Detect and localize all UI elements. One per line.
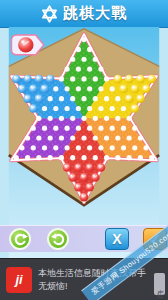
marble-blue[interactable] <box>18 84 27 93</box>
board-hole[interactable] <box>36 155 41 160</box>
board-hole[interactable] <box>64 86 69 91</box>
redo-button[interactable] <box>47 228 69 250</box>
marble-blue[interactable] <box>12 75 21 84</box>
board-hole[interactable] <box>98 66 103 71</box>
marble-yellow[interactable] <box>147 75 156 84</box>
undo-arrow-icon <box>13 232 28 247</box>
board-hole[interactable] <box>31 126 36 131</box>
marble-red[interactable] <box>85 163 94 172</box>
board-hole[interactable] <box>127 155 132 160</box>
board-hole[interactable] <box>138 135 143 140</box>
confirm-move-button[interactable]: ✓ <box>143 228 167 250</box>
board-hole[interactable] <box>87 86 92 91</box>
marble-highlight <box>127 76 129 78</box>
ad-logo: ji <box>6 267 32 293</box>
board-hole[interactable] <box>64 66 69 71</box>
marble-highlight <box>144 86 146 88</box>
board-hole[interactable] <box>36 116 41 121</box>
board-hole[interactable] <box>110 145 115 150</box>
marble-highlight <box>36 76 38 78</box>
board-hole[interactable] <box>110 106 115 111</box>
board-hole[interactable] <box>93 155 98 160</box>
marble-highlight <box>65 165 67 167</box>
board-hole[interactable] <box>93 135 98 140</box>
board-hole[interactable] <box>70 135 75 140</box>
board-hole[interactable] <box>104 116 109 121</box>
board-hole[interactable] <box>25 155 30 160</box>
board-hole[interactable] <box>115 116 120 121</box>
marble-highlight <box>25 76 27 78</box>
marble-red[interactable] <box>80 193 89 202</box>
board-hole[interactable] <box>31 145 36 150</box>
board-hole[interactable] <box>87 126 92 131</box>
board-hole[interactable] <box>76 47 81 52</box>
ad-text: 本地生活信息随时查找帮手 无烦恼! <box>38 267 146 293</box>
board-hole[interactable] <box>110 126 115 131</box>
board-hole[interactable] <box>104 96 109 101</box>
marble-highlight <box>36 96 38 98</box>
board-hole[interactable] <box>64 126 69 131</box>
board-hole[interactable] <box>42 126 47 131</box>
hexagram-star-icon <box>41 5 58 23</box>
marble-highlight <box>42 86 44 88</box>
marble-highlight <box>138 76 140 78</box>
board-hole[interactable] <box>76 66 81 71</box>
marble-yellow[interactable] <box>130 104 139 113</box>
marble-blue[interactable] <box>40 84 49 93</box>
undo-button[interactable] <box>9 228 31 250</box>
board-hole[interactable] <box>138 155 143 160</box>
board-hole[interactable] <box>42 145 47 150</box>
board-hole[interactable] <box>59 76 64 81</box>
marble-highlight <box>31 106 33 108</box>
board-hole[interactable] <box>110 86 115 91</box>
ad-banner[interactable]: ji 本地生活信息随时查找帮手 无烦恼! <box>0 258 168 300</box>
board-hole[interactable] <box>81 57 86 62</box>
board-hole[interactable] <box>115 96 120 101</box>
marble-yellow[interactable] <box>130 84 139 93</box>
marble-red[interactable] <box>91 173 100 182</box>
marble-red[interactable] <box>80 173 89 182</box>
chinese-checkers-board <box>0 27 168 258</box>
board-hole[interactable] <box>19 145 24 150</box>
board-hole[interactable] <box>70 116 75 121</box>
marble-yellow[interactable] <box>125 75 134 84</box>
marble-highlight <box>132 86 134 88</box>
toolbar: X ✓ <box>0 225 168 252</box>
board-hole[interactable] <box>70 76 75 81</box>
marble-red[interactable] <box>68 173 77 182</box>
marble-highlight <box>76 165 78 167</box>
marble-highlight <box>76 185 78 187</box>
board-hole[interactable] <box>81 96 86 101</box>
board-hole[interactable] <box>121 106 126 111</box>
board-hole[interactable] <box>87 47 92 52</box>
board-hole[interactable] <box>36 135 41 140</box>
marble-yellow[interactable] <box>142 84 151 93</box>
board-hole[interactable] <box>127 135 132 140</box>
marble-blue[interactable] <box>29 84 38 93</box>
board-hole[interactable] <box>121 126 126 131</box>
marble-highlight <box>93 175 95 177</box>
marble-highlight <box>138 96 140 98</box>
marble-yellow[interactable] <box>114 75 123 84</box>
board-hole[interactable] <box>104 76 109 81</box>
board-hole[interactable] <box>149 155 154 160</box>
marble-highlight <box>132 106 134 108</box>
board-hole[interactable] <box>76 86 81 91</box>
board-hole[interactable] <box>104 155 109 160</box>
marble-blue[interactable] <box>23 75 32 84</box>
marble-red[interactable] <box>63 163 72 172</box>
marble-blue[interactable] <box>46 75 55 84</box>
marble-yellow[interactable] <box>119 84 128 93</box>
board-hole[interactable] <box>64 145 69 150</box>
board-hole[interactable] <box>76 126 81 131</box>
turn-marble-red <box>18 37 33 52</box>
ad-line1: 本地生活信息随时查找帮手 <box>38 267 146 280</box>
board-hole[interactable] <box>98 145 103 150</box>
board-hole[interactable] <box>53 106 58 111</box>
marble-highlight <box>31 86 33 88</box>
board-hole[interactable] <box>132 145 137 150</box>
board-hole[interactable] <box>76 145 81 150</box>
board-hole[interactable] <box>53 145 58 150</box>
marble-highlight <box>70 175 72 177</box>
board-hole[interactable] <box>59 116 64 121</box>
game-screen: 跳棋大戰 <box>0 0 168 300</box>
board-hole[interactable] <box>81 37 86 42</box>
board-hole[interactable] <box>70 57 75 62</box>
board-hole[interactable] <box>53 126 58 131</box>
board-hole[interactable] <box>93 116 98 121</box>
marble-red[interactable] <box>97 163 106 172</box>
board-hole[interactable] <box>104 135 109 140</box>
marble-highlight <box>87 185 89 187</box>
marble-highlight <box>21 40 24 43</box>
marble-highlight <box>14 76 16 78</box>
board-hole[interactable] <box>87 145 92 150</box>
marble-red[interactable] <box>74 183 83 192</box>
board-hole[interactable] <box>87 66 92 71</box>
board-hole[interactable] <box>76 106 81 111</box>
marble-blue[interactable] <box>35 94 44 103</box>
marble-highlight <box>115 76 117 78</box>
board-hole[interactable] <box>98 126 103 131</box>
board-hole[interactable] <box>48 155 53 160</box>
board-hole[interactable] <box>81 135 86 140</box>
marble-highlight <box>81 175 83 177</box>
board-hole[interactable] <box>48 135 53 140</box>
marble-yellow[interactable] <box>136 94 145 103</box>
board-hole[interactable] <box>53 86 58 91</box>
header-bar: 跳棋大戰 <box>0 0 168 28</box>
board-hole[interactable] <box>48 116 53 121</box>
marble-blue[interactable] <box>23 94 32 103</box>
marble-red[interactable] <box>85 183 94 192</box>
board-hole[interactable] <box>98 86 103 91</box>
board-hole[interactable] <box>59 135 64 140</box>
board-hole[interactable] <box>81 155 86 160</box>
board-hole[interactable] <box>48 96 53 101</box>
turn-indicator <box>11 35 43 55</box>
board-hole[interactable] <box>81 76 86 81</box>
board-hole[interactable] <box>87 106 92 111</box>
board-hole[interactable] <box>115 155 120 160</box>
marble-yellow[interactable] <box>125 94 134 103</box>
board-hole[interactable] <box>93 57 98 62</box>
board-hole[interactable] <box>70 96 75 101</box>
marble-highlight <box>81 194 83 196</box>
marble-yellow[interactable] <box>136 75 145 84</box>
board-hole[interactable] <box>121 145 126 150</box>
board-hole[interactable] <box>59 96 64 101</box>
marble-red[interactable] <box>74 163 83 172</box>
board-hole[interactable] <box>81 116 86 121</box>
marble-highlight <box>19 86 21 88</box>
marble-highlight <box>98 165 100 167</box>
board-hole[interactable] <box>93 96 98 101</box>
marble-highlight <box>121 86 123 88</box>
ad-tag-label: 广告 <box>154 273 165 295</box>
ad-line2: 无烦恼! <box>38 280 146 293</box>
board-hole[interactable] <box>132 126 137 131</box>
board-hole[interactable] <box>59 155 64 160</box>
page-title: 跳棋大戰 <box>63 4 127 23</box>
marble-highlight <box>149 76 151 78</box>
board-hole[interactable] <box>143 145 148 150</box>
board-hole[interactable] <box>127 116 132 121</box>
cancel-move-button[interactable]: X <box>105 228 129 250</box>
marble-blue[interactable] <box>29 104 38 113</box>
board-hole[interactable] <box>115 135 120 140</box>
board-hole[interactable] <box>98 106 103 111</box>
board-hole[interactable] <box>14 155 19 160</box>
marble-highlight <box>127 96 129 98</box>
board-hole[interactable] <box>93 76 98 81</box>
marble-highlight <box>25 96 27 98</box>
board-hole[interactable] <box>25 135 30 140</box>
marble-blue[interactable] <box>35 75 44 84</box>
board-hole[interactable] <box>42 106 47 111</box>
board-hole[interactable] <box>70 155 75 160</box>
redo-arrow-icon <box>51 232 66 247</box>
marble-highlight <box>48 76 50 78</box>
board-hole[interactable] <box>64 106 69 111</box>
marble-highlight <box>87 165 89 167</box>
